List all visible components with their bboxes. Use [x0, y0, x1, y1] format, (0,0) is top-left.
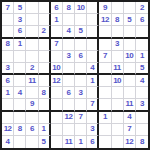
cell-r7c1[interactable]: 6 [2, 75, 14, 87]
cell-r7c4[interactable] [39, 75, 51, 87]
cell-r9c3[interactable]: 9 [26, 99, 38, 111]
given-digit: 5 [140, 64, 144, 72]
cell-r9c10[interactable] [112, 99, 124, 111]
given-digit: 5 [127, 16, 131, 24]
given-digit: 2 [42, 27, 46, 35]
cell-r4c7[interactable] [75, 39, 87, 51]
given-digit: 3 [140, 100, 144, 108]
cell-r11c12[interactable] [136, 124, 148, 136]
cell-r1c3[interactable] [26, 2, 38, 14]
cell-r2c7[interactable] [75, 14, 87, 26]
cell-r12c8[interactable]: 6 [87, 136, 99, 148]
cell-r6c10[interactable]: 11 [112, 63, 124, 75]
given-digit: 6 [66, 89, 70, 97]
cell-r2c12[interactable]: 6 [136, 14, 148, 26]
cell-r2c5[interactable]: 1 [51, 14, 63, 26]
given-digit: 1 [6, 89, 10, 97]
cell-r8c10[interactable] [112, 87, 124, 99]
cell-r7c2[interactable] [14, 75, 26, 87]
cell-r10c7[interactable]: 7 [75, 112, 87, 124]
given-digit: 8 [115, 16, 119, 24]
cell-r4c2[interactable]: 1 [14, 39, 26, 51]
cell-r7c5[interactable]: 12 [51, 75, 63, 87]
cell-r5c8[interactable] [87, 51, 99, 63]
given-digit: 4 [90, 64, 94, 72]
cell-r7c11[interactable] [124, 75, 136, 87]
cell-r8c6[interactable]: 6 [63, 87, 75, 99]
cell-r10c4[interactable] [39, 112, 51, 124]
cell-r2c8[interactable] [87, 14, 99, 26]
given-digit: 10 [125, 52, 133, 60]
given-digit: 4 [66, 27, 70, 35]
cell-r11c8[interactable]: 3 [87, 124, 99, 136]
given-digit: 5 [18, 4, 22, 12]
cell-r5c9[interactable]: 7 [99, 51, 111, 63]
given-digit: 4 [6, 138, 10, 146]
cell-r2c11[interactable]: 5 [124, 14, 136, 26]
cell-r6c6[interactable] [63, 63, 75, 75]
cell-r10c9[interactable]: 1 [99, 112, 111, 124]
cell-r9c5[interactable] [51, 99, 63, 111]
given-digit: 11 [113, 64, 120, 72]
given-digit: 11 [28, 77, 35, 85]
given-digit: 10 [77, 4, 85, 12]
given-digit: 1 [90, 77, 94, 85]
cell-r10c10[interactable] [112, 112, 124, 124]
cell-r11c2[interactable]: 8 [14, 124, 26, 136]
cell-r4c11[interactable] [124, 39, 136, 51]
cell-r6c12[interactable]: 5 [136, 63, 148, 75]
given-digit: 8 [42, 89, 46, 97]
cell-r4c5[interactable]: 7 [51, 39, 63, 51]
cell-r4c8[interactable] [87, 39, 99, 51]
given-digit: 10 [52, 64, 60, 72]
cell-r4c1[interactable]: 8 [2, 39, 14, 51]
cell-r10c12[interactable] [136, 112, 148, 124]
cell-r8c1[interactable]: 1 [2, 87, 14, 99]
cell-r1c4[interactable] [39, 2, 51, 14]
given-digit: 1 [79, 138, 83, 146]
given-digit: 5 [42, 138, 46, 146]
cell-r6c4[interactable] [39, 63, 51, 75]
given-digit: 3 [115, 40, 119, 48]
cell-r6c11[interactable] [124, 63, 136, 75]
cell-r4c3[interactable] [26, 39, 38, 51]
cell-r3c1[interactable] [2, 26, 14, 38]
cell-r1c11[interactable] [124, 2, 136, 14]
cell-r8c5[interactable] [51, 87, 63, 99]
given-digit: 3 [66, 52, 70, 60]
cell-r2c3[interactable] [26, 14, 38, 26]
given-digit: 7 [127, 125, 131, 133]
cell-r2c6[interactable] [63, 14, 75, 26]
cell-r1c8[interactable] [87, 2, 99, 14]
given-digit: 6 [79, 52, 83, 60]
cell-r9c9[interactable] [99, 99, 111, 111]
cell-r12c2[interactable] [14, 136, 26, 148]
cell-r11c9[interactable] [99, 124, 111, 136]
cell-r9c12[interactable]: 3 [136, 99, 148, 111]
cell-r12c1[interactable]: 4 [2, 136, 14, 148]
cell-r11c7[interactable] [75, 124, 87, 136]
cell-r7c6[interactable] [63, 75, 75, 87]
given-digit: 11 [126, 100, 133, 108]
cell-r9c11[interactable]: 11 [124, 99, 136, 111]
cell-r5c4[interactable] [39, 51, 51, 63]
cell-r8c2[interactable]: 4 [14, 87, 26, 99]
cell-r11c1[interactable]: 12 [2, 124, 14, 136]
given-digit: 12 [4, 125, 12, 133]
given-digit: 3 [90, 125, 94, 133]
given-digit: 2 [140, 4, 144, 12]
cell-r7c8[interactable]: 1 [87, 75, 99, 87]
cell-r6c9[interactable] [99, 63, 111, 75]
cell-r12c4[interactable]: 5 [39, 136, 51, 148]
cell-r11c4[interactable]: 1 [39, 124, 51, 136]
given-digit: 9 [103, 4, 107, 12]
cell-r10c6[interactable]: 12 [63, 112, 75, 124]
cell-r5c10[interactable] [112, 51, 124, 63]
cell-r1c2[interactable]: 5 [14, 2, 26, 14]
cell-r3c6[interactable]: 4 [63, 26, 75, 38]
cell-r9c7[interactable] [75, 99, 87, 111]
given-digit: 4 [140, 77, 144, 85]
given-digit: 1 [42, 125, 46, 133]
given-digit: 3 [6, 64, 10, 72]
cell-r9c6[interactable] [63, 99, 75, 111]
cell-r3c5[interactable] [51, 26, 63, 38]
cell-r12c11[interactable]: 12 [124, 136, 136, 148]
cell-r8c12[interactable] [136, 87, 148, 99]
cell-r7c9[interactable] [99, 75, 111, 87]
cell-r9c2[interactable] [14, 99, 26, 111]
cell-r2c9[interactable]: 12 [99, 14, 111, 26]
cell-r4c10[interactable]: 3 [112, 39, 124, 51]
given-digit: 8 [18, 125, 22, 133]
cell-r10c3[interactable] [26, 112, 38, 124]
cell-r3c4[interactable]: 2 [39, 26, 51, 38]
cell-r12c12[interactable]: 8 [136, 136, 148, 148]
cell-r9c1[interactable] [2, 99, 14, 111]
given-digit: 8 [66, 4, 70, 12]
cell-r7c7[interactable] [75, 75, 87, 87]
given-digit: 9 [30, 100, 34, 108]
cell-r11c10[interactable] [112, 124, 124, 136]
cell-r7c3[interactable]: 11 [26, 75, 38, 87]
cell-r6c2[interactable] [14, 63, 26, 75]
cell-r12c3[interactable] [26, 136, 38, 148]
given-digit: 6 [6, 77, 10, 85]
cell-r10c1[interactable] [2, 112, 14, 124]
given-digit: 7 [79, 113, 83, 121]
given-digit: 6 [54, 4, 58, 12]
cell-r11c3[interactable]: 6 [26, 124, 38, 136]
cell-r11c6[interactable] [63, 124, 75, 136]
cell-r3c8[interactable] [87, 26, 99, 38]
cell-r4c4[interactable] [39, 39, 51, 51]
given-digit: 7 [54, 40, 58, 48]
cell-r10c2[interactable] [14, 112, 26, 124]
cell-r8c7[interactable]: 3 [75, 87, 87, 99]
cell-r6c5[interactable]: 10 [51, 63, 63, 75]
cell-r8c8[interactable] [87, 87, 99, 99]
cell-r7c10[interactable]: 10 [112, 75, 124, 87]
given-digit: 1 [54, 16, 58, 24]
cell-r5c3[interactable] [26, 51, 38, 63]
cell-r1c7[interactable]: 10 [75, 2, 87, 14]
cell-r5c1[interactable] [2, 51, 14, 63]
cell-r2c4[interactable] [39, 14, 51, 26]
given-digit: 7 [103, 52, 107, 60]
cell-r12c7[interactable]: 1 [75, 136, 87, 148]
given-digit: 6 [140, 16, 144, 24]
cell-r3c7[interactable]: 5 [75, 26, 87, 38]
given-digit: 12 [101, 16, 109, 24]
given-digit: 11 [65, 138, 72, 146]
cell-r5c6[interactable]: 3 [63, 51, 75, 63]
given-digit: 12 [125, 138, 133, 146]
cell-r3c2[interactable]: 6 [14, 26, 26, 38]
cell-r12c5[interactable] [51, 136, 63, 148]
sudoku-board: 7568109231128566245817336710132104115611… [0, 0, 150, 150]
cell-r1c9[interactable]: 9 [99, 2, 111, 14]
cell-r6c3[interactable]: 2 [26, 63, 38, 75]
given-digit: 6 [18, 27, 22, 35]
cell-r1c1[interactable]: 7 [2, 2, 14, 14]
cell-r3c12[interactable] [136, 26, 148, 38]
cell-r12c9[interactable] [99, 136, 111, 148]
cell-r10c11[interactable]: 4 [124, 112, 136, 124]
cell-r9c8[interactable]: 7 [87, 99, 99, 111]
given-digit: 7 [6, 4, 10, 12]
given-digit: 4 [18, 89, 22, 97]
cell-r10c5[interactable] [51, 112, 63, 124]
given-digit: 1 [140, 52, 144, 60]
cell-r1c12[interactable]: 2 [136, 2, 148, 14]
given-digit: 3 [79, 89, 83, 97]
cell-r4c9[interactable] [99, 39, 111, 51]
cell-r6c7[interactable] [75, 63, 87, 75]
cell-r3c10[interactable] [112, 26, 124, 38]
cell-r2c1[interactable] [2, 14, 14, 26]
given-digit: 6 [90, 138, 94, 146]
cell-r3c3[interactable] [26, 26, 38, 38]
cell-r4c12[interactable] [136, 39, 148, 51]
cell-r5c2[interactable] [14, 51, 26, 63]
cell-r5c5[interactable] [51, 51, 63, 63]
given-digit: 1 [18, 40, 22, 48]
cell-r2c2[interactable]: 3 [14, 14, 26, 26]
given-digit: 12 [64, 113, 72, 121]
given-digit: 10 [113, 77, 121, 85]
cell-r12c6[interactable]: 11 [63, 136, 75, 148]
cell-r1c10[interactable] [112, 2, 124, 14]
given-digit: 8 [140, 138, 144, 146]
cell-r3c9[interactable] [99, 26, 111, 38]
given-digit: 4 [127, 113, 131, 121]
given-digit: 3 [18, 16, 22, 24]
cell-r1c6[interactable]: 8 [63, 2, 75, 14]
cell-r5c12[interactable]: 1 [136, 51, 148, 63]
cell-r5c11[interactable]: 10 [124, 51, 136, 63]
cell-r8c11[interactable] [124, 87, 136, 99]
cell-r1c5[interactable]: 6 [51, 2, 63, 14]
given-digit: 7 [90, 100, 94, 108]
cell-r3c11[interactable] [124, 26, 136, 38]
given-digit: 8 [6, 40, 10, 48]
cell-r12c10[interactable] [112, 136, 124, 148]
cell-r8c9[interactable] [99, 87, 111, 99]
cell-r6c1[interactable]: 3 [2, 63, 14, 75]
cell-r8c3[interactable] [26, 87, 38, 99]
given-digit: 1 [103, 113, 107, 121]
given-digit: 2 [30, 64, 34, 72]
given-digit: 6 [30, 125, 34, 133]
cell-r4c6[interactable] [63, 39, 75, 51]
cell-r10c8[interactable] [87, 112, 99, 124]
given-digit: 5 [79, 27, 83, 35]
given-digit: 12 [52, 77, 60, 85]
cell-r2c10[interactable]: 8 [112, 14, 124, 26]
cell-r11c5[interactable] [51, 124, 63, 136]
cell-r11c11[interactable]: 7 [124, 124, 136, 136]
cell-r5c7[interactable]: 6 [75, 51, 87, 63]
cell-r6c8[interactable]: 4 [87, 63, 99, 75]
cell-r7c12[interactable]: 4 [136, 75, 148, 87]
cell-r8c4[interactable]: 8 [39, 87, 51, 99]
cell-r9c4[interactable] [39, 99, 51, 111]
